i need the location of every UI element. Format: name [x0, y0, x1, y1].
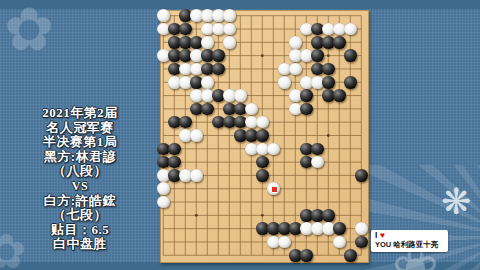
black-stone [322, 63, 335, 76]
broadcaster-logo: I ♥ YOU 哈利路亚十亮 [371, 230, 448, 252]
white-stone [267, 143, 280, 156]
top-band [0, 0, 480, 9]
black-stone [300, 89, 313, 102]
white-rank-line: （七段） [0, 208, 160, 223]
white-stone [223, 23, 236, 36]
white-stone [311, 156, 324, 169]
white-stone [245, 103, 258, 116]
white-stone [201, 76, 214, 89]
white-stone [278, 76, 291, 89]
white-stone [157, 9, 170, 22]
black-stone [333, 36, 346, 49]
white-stone [190, 169, 203, 182]
white-stone [289, 63, 302, 76]
white-stone [344, 23, 357, 36]
logo-line1: I ♥ [375, 231, 448, 240]
black-stone [344, 49, 357, 62]
black-stone [201, 103, 214, 116]
star-point [327, 134, 330, 137]
round-line: 半决赛第1局 [0, 135, 160, 150]
star-point [261, 214, 264, 217]
white-stone [355, 222, 368, 235]
white-player-line: 白方:許皓鋐 [0, 194, 160, 209]
last-move-marker [271, 186, 278, 193]
black-stone [212, 49, 225, 62]
white-stone [234, 89, 247, 102]
black-stone [355, 169, 368, 182]
white-stone [190, 129, 203, 142]
black-stone [355, 236, 368, 249]
black-stone [212, 63, 225, 76]
star-point [327, 54, 330, 57]
event-year-line: 2021年第2届 [0, 106, 160, 121]
white-stone [256, 116, 269, 129]
go-board[interactable] [160, 10, 369, 263]
star-point [195, 214, 198, 217]
black-stone [256, 156, 269, 169]
black-stone [300, 249, 313, 262]
match-info-panel: 2021年第2届 名人冠军赛 半决赛第1局 黑方:林君諺 （八段） VS 白方:… [0, 106, 160, 252]
black-stone [168, 143, 181, 156]
event-name-line: 名人冠军赛 [0, 121, 160, 136]
white-stone [201, 36, 214, 49]
black-stone [168, 156, 181, 169]
black-stone [311, 49, 324, 62]
black-stone [300, 103, 313, 116]
vs-label: VS [0, 179, 160, 194]
result-line: 白中盘胜 [0, 237, 160, 252]
star-point [261, 54, 264, 57]
white-stone [157, 196, 170, 209]
heart-icon: ♥ [380, 230, 385, 240]
logo-line2: YOU 哈利路亚十亮 [375, 240, 448, 250]
black-stone [344, 249, 357, 262]
black-stone [333, 89, 346, 102]
black-stone [256, 169, 269, 182]
black-stone [311, 143, 324, 156]
black-stone [344, 76, 357, 89]
black-stone [179, 116, 192, 129]
black-stone [179, 23, 192, 36]
white-stone [278, 236, 291, 249]
black-stone [256, 129, 269, 142]
white-stone [289, 36, 302, 49]
black-stone [322, 209, 335, 222]
white-stone [157, 182, 170, 195]
black-rank-line: （八段） [0, 164, 160, 179]
white-stone [333, 236, 346, 249]
black-stone [333, 222, 346, 235]
white-stone [223, 9, 236, 22]
white-stone [223, 36, 236, 49]
black-stone [322, 76, 335, 89]
